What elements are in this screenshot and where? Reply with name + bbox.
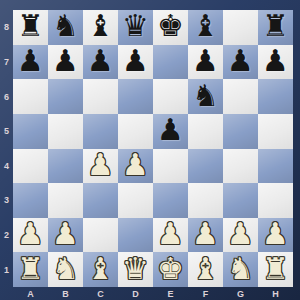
piece-white-pawn-a2: ♟ [17, 219, 44, 249]
rank-label-2: 2 [0, 218, 13, 253]
piece-white-pawn-f2: ♟ [192, 219, 219, 249]
piece-white-rook-h1: ♜ [262, 254, 289, 284]
square-d3[interactable] [118, 183, 153, 218]
square-g1[interactable]: ♞ [223, 252, 258, 287]
square-f2[interactable]: ♟ [188, 218, 223, 253]
square-d5[interactable] [118, 114, 153, 149]
rank-labels: 87654321 [0, 10, 13, 287]
piece-black-bishop-c8: ♝ [87, 11, 114, 41]
square-a8[interactable]: ♜ [13, 10, 48, 45]
square-h2[interactable]: ♟ [258, 218, 293, 253]
square-a1[interactable]: ♜ [13, 252, 48, 287]
square-g7[interactable]: ♟ [223, 45, 258, 80]
square-d4[interactable]: ♟ [118, 149, 153, 184]
square-d6[interactable] [118, 79, 153, 114]
rank-label-3: 3 [0, 183, 13, 218]
square-e3[interactable] [153, 183, 188, 218]
square-a7[interactable]: ♟ [13, 45, 48, 80]
square-b7[interactable]: ♟ [48, 45, 83, 80]
square-c8[interactable]: ♝ [83, 10, 118, 45]
square-g4[interactable] [223, 149, 258, 184]
square-g5[interactable] [223, 114, 258, 149]
piece-black-pawn-a7: ♟ [17, 46, 44, 76]
rank-label-5: 5 [0, 114, 13, 149]
rank-label-7: 7 [0, 45, 13, 80]
piece-black-knight-f6: ♞ [192, 81, 219, 111]
piece-black-pawn-e5: ♟ [157, 115, 184, 145]
piece-white-rook-a1: ♜ [17, 254, 44, 284]
square-c2[interactable] [83, 218, 118, 253]
piece-black-pawn-b7: ♟ [52, 46, 79, 76]
square-b2[interactable]: ♟ [48, 218, 83, 253]
file-labels: ABCDEFGH [13, 287, 293, 300]
square-h4[interactable] [258, 149, 293, 184]
piece-black-queen-d8: ♛ [122, 11, 149, 41]
square-d2[interactable] [118, 218, 153, 253]
square-c7[interactable]: ♟ [83, 45, 118, 80]
file-label-g: G [223, 287, 258, 300]
file-label-a: A [13, 287, 48, 300]
square-d7[interactable]: ♟ [118, 45, 153, 80]
square-e2[interactable]: ♟ [153, 218, 188, 253]
piece-white-pawn-h2: ♟ [262, 219, 289, 249]
square-h6[interactable] [258, 79, 293, 114]
square-f4[interactable] [188, 149, 223, 184]
piece-white-pawn-d4: ♟ [122, 150, 149, 180]
piece-white-bishop-c1: ♝ [87, 254, 114, 284]
piece-black-pawn-f7: ♟ [192, 46, 219, 76]
square-a4[interactable] [13, 149, 48, 184]
square-h7[interactable]: ♟ [258, 45, 293, 80]
square-h5[interactable] [258, 114, 293, 149]
file-label-b: B [48, 287, 83, 300]
square-b8[interactable]: ♞ [48, 10, 83, 45]
chess-board-frame: ♜♞♝♛♚♝♜♟♟♟♟♟♟♟♞♟♟♟♟♟♟♟♟♟♜♞♝♛♚♝♞♜ 8765432… [0, 0, 300, 300]
rank-label-8: 8 [0, 10, 13, 45]
piece-white-bishop-f1: ♝ [192, 254, 219, 284]
square-c6[interactable] [83, 79, 118, 114]
square-d1[interactable]: ♛ [118, 252, 153, 287]
square-e1[interactable]: ♚ [153, 252, 188, 287]
file-label-h: H [258, 287, 293, 300]
square-c5[interactable] [83, 114, 118, 149]
piece-white-pawn-e2: ♟ [157, 219, 184, 249]
piece-black-rook-a8: ♜ [17, 11, 44, 41]
file-label-f: F [188, 287, 223, 300]
piece-white-knight-b1: ♞ [52, 254, 79, 284]
square-g8[interactable] [223, 10, 258, 45]
square-g3[interactable] [223, 183, 258, 218]
square-c1[interactable]: ♝ [83, 252, 118, 287]
square-b5[interactable] [48, 114, 83, 149]
square-a5[interactable] [13, 114, 48, 149]
square-c3[interactable] [83, 183, 118, 218]
piece-black-pawn-d7: ♟ [122, 46, 149, 76]
file-label-e: E [153, 287, 188, 300]
square-b6[interactable] [48, 79, 83, 114]
piece-white-queen-d1: ♛ [122, 254, 149, 284]
piece-black-bishop-f8: ♝ [192, 11, 219, 41]
piece-black-knight-b8: ♞ [52, 11, 79, 41]
piece-black-king-e8: ♚ [157, 11, 184, 41]
square-b3[interactable] [48, 183, 83, 218]
square-h8[interactable]: ♜ [258, 10, 293, 45]
square-h3[interactable] [258, 183, 293, 218]
square-g2[interactable]: ♟ [223, 218, 258, 253]
square-f1[interactable]: ♝ [188, 252, 223, 287]
chess-board: ♜♞♝♛♚♝♜♟♟♟♟♟♟♟♞♟♟♟♟♟♟♟♟♟♜♞♝♛♚♝♞♜ [13, 10, 293, 287]
piece-black-pawn-g7: ♟ [227, 46, 254, 76]
square-f3[interactable] [188, 183, 223, 218]
file-label-d: D [118, 287, 153, 300]
piece-white-king-e1: ♚ [157, 254, 184, 284]
square-h1[interactable]: ♜ [258, 252, 293, 287]
square-c4[interactable]: ♟ [83, 149, 118, 184]
piece-white-pawn-b2: ♟ [52, 219, 79, 249]
square-f5[interactable] [188, 114, 223, 149]
square-a3[interactable] [13, 183, 48, 218]
piece-black-pawn-h7: ♟ [262, 46, 289, 76]
square-f6[interactable]: ♞ [188, 79, 223, 114]
square-b1[interactable]: ♞ [48, 252, 83, 287]
square-b4[interactable] [48, 149, 83, 184]
square-f7[interactable]: ♟ [188, 45, 223, 80]
square-d8[interactable]: ♛ [118, 10, 153, 45]
square-a2[interactable]: ♟ [13, 218, 48, 253]
rank-label-1: 1 [0, 252, 13, 287]
file-label-c: C [83, 287, 118, 300]
square-f8[interactable]: ♝ [188, 10, 223, 45]
piece-black-rook-h8: ♜ [262, 11, 289, 41]
square-e7[interactable] [153, 45, 188, 80]
square-e4[interactable] [153, 149, 188, 184]
piece-white-pawn-c4: ♟ [87, 150, 114, 180]
piece-white-pawn-g2: ♟ [227, 219, 254, 249]
square-a6[interactable] [13, 79, 48, 114]
piece-black-pawn-c7: ♟ [87, 46, 114, 76]
square-e8[interactable]: ♚ [153, 10, 188, 45]
piece-white-knight-g1: ♞ [227, 254, 254, 284]
rank-label-6: 6 [0, 79, 13, 114]
rank-label-4: 4 [0, 149, 13, 184]
square-g6[interactable] [223, 79, 258, 114]
square-e5[interactable]: ♟ [153, 114, 188, 149]
square-e6[interactable] [153, 79, 188, 114]
